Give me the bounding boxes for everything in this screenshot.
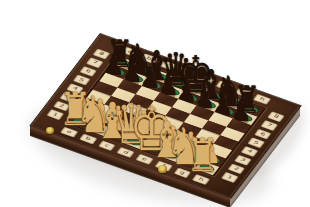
brass-clasp-icon [46,127,54,134]
coordinate-plaque-3: 3 [234,155,251,166]
coordinate-plaque-7: 7 [86,57,103,68]
felt-base [125,136,143,147]
coordinate-plaque-g: g [234,87,252,98]
coordinate-plaque-h: h [253,94,271,105]
felt-base [198,162,216,173]
felt-base [161,149,179,160]
coordinate-plaque-g: g [173,167,191,178]
coordinate-plaque-h: h [192,174,210,185]
coordinate-plaque-b: b [79,134,97,145]
coordinate-plaque-c: c [98,140,116,151]
felt-base [70,117,88,128]
coordinate-plaque-c: c [159,60,177,71]
coordinate-plaque-b: b [140,53,158,64]
coordinate-plaque-3: 3 [60,92,77,103]
coordinate-plaque-a: a [121,46,139,57]
coordinate-plaque-d: d [117,147,135,158]
felt-base [143,143,161,154]
coordinate-plaque-8: 8 [93,49,110,60]
coordinate-plaque-6: 6 [254,129,271,140]
coordinate-plaque-2: 2 [228,163,245,174]
coordinate-plaque-e: e [136,154,154,165]
coordinate-plaque-a: a [60,127,78,138]
felt-base [180,156,198,167]
coordinate-plaque-1: 1 [47,109,64,120]
coordinate-plaque-8: 8 [267,111,284,122]
coordinate-plaque-1: 1 [221,172,238,183]
coordinate-plaque-6: 6 [80,66,97,77]
coordinate-plaque-7: 7 [261,120,278,131]
coordinate-plaque-f: f [215,80,233,91]
brass-clasp-icon [158,165,167,173]
product-photo: abcdefgh abcdefgh 87654321 87654321 ♜♞♝♛… [0,0,310,207]
felt-base [107,130,125,141]
coordinate-plaque-2: 2 [53,101,70,112]
coordinate-plaque-e: e [197,74,215,85]
coordinate-plaque-d: d [178,67,196,78]
felt-base [89,123,107,134]
